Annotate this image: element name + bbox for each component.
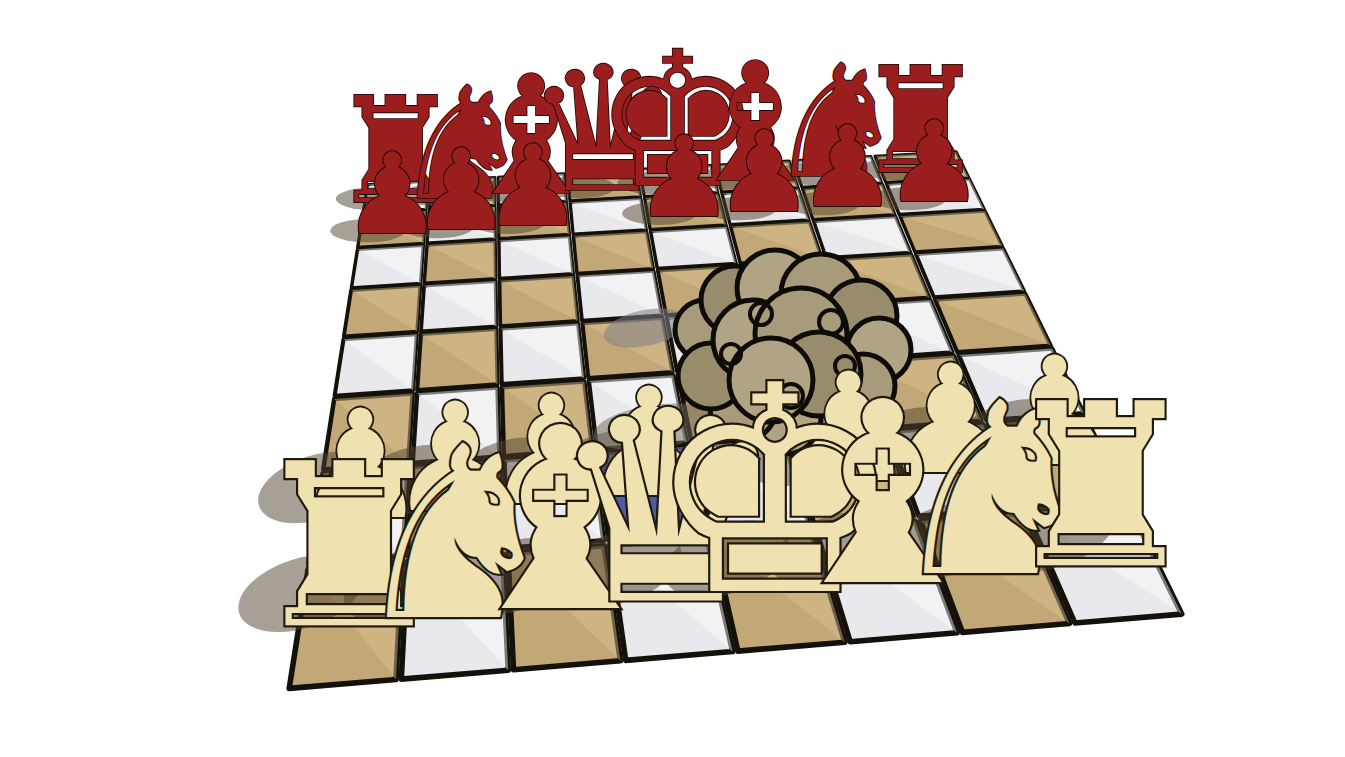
chess-scene: ♜♞♝♛♚♝♞♜♟♟♟♟♟♟♟♟♟♟♟♟♟♟♜♞♝♛♚♝♞♜♟ <box>0 0 1345 757</box>
piece-cream-rook-h1[interactable]: ♜ <box>999 374 1202 600</box>
